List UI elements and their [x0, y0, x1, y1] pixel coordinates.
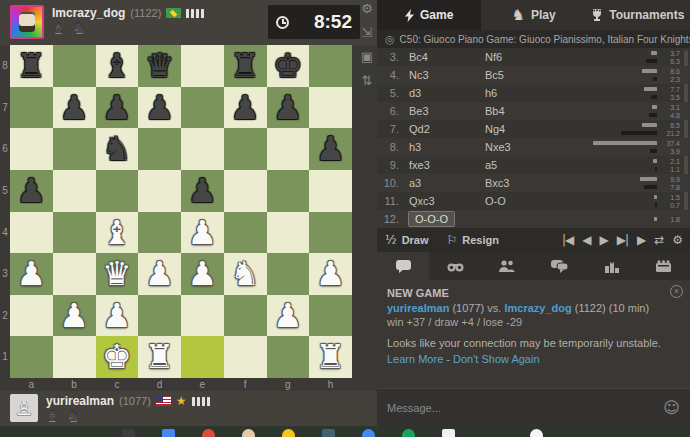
resign-button[interactable]: ⚐Resign: [447, 233, 499, 247]
square-a3[interactable]: ♟: [10, 253, 53, 295]
square-e3[interactable]: ♟: [181, 253, 224, 295]
square-c6[interactable]: ♞: [96, 128, 139, 170]
game-summary: yurirealman (1077) vs. lmcrazy_dog (1122…: [387, 302, 680, 314]
white-move[interactable]: Nc3: [403, 69, 479, 81]
square-d8[interactable]: ♛: [138, 45, 181, 87]
square-a7[interactable]: [10, 87, 53, 129]
square-c8[interactable]: ♝: [96, 45, 139, 87]
black-pawn-h6[interactable]: ♟: [309, 128, 352, 170]
learn-more-link[interactable]: Learn More: [387, 353, 443, 365]
next-move-icon[interactable]: ▶: [599, 233, 607, 247]
brazil-flag-icon: [166, 8, 181, 18]
square-h1[interactable]: ♜: [309, 336, 352, 378]
white-pawn-d3[interactable]: ♟: [138, 253, 181, 295]
file-label: f: [224, 378, 267, 391]
square-h6[interactable]: ♟: [309, 128, 352, 170]
square-f3[interactable]: ♞: [224, 253, 267, 295]
square-g2[interactable]: ♟: [267, 295, 310, 337]
white-move[interactable]: Qxc3: [403, 195, 479, 207]
time-bar: [646, 59, 657, 63]
lightning-icon: [405, 9, 414, 22]
black-rook-a8[interactable]: ♜: [10, 45, 53, 87]
move-number: 4.: [377, 69, 403, 81]
white-queen-c3[interactable]: ♛: [96, 253, 139, 295]
taskbar-app-icon[interactable]: [402, 429, 415, 437]
opening-book-icon: ◎: [385, 33, 395, 46]
connection-notice: Looks like your connection may be tempor…: [387, 336, 680, 368]
white-move[interactable]: Qd2: [403, 123, 479, 135]
move-number: 10.: [377, 177, 403, 189]
move-number: 7.: [377, 123, 403, 135]
chat-header: NEW GAME: [387, 287, 680, 299]
square-a1[interactable]: [10, 336, 53, 378]
flip-icon[interactable]: ⇄: [654, 233, 663, 247]
move-row: 6.Be3Bb43.14.8: [377, 102, 690, 120]
top-player-bar: lmcrazy_dog (1122) ♝ ♞ 8:52: [0, 0, 377, 45]
square-c1[interactable]: ♚: [96, 336, 139, 378]
move-times: 37.43.9: [570, 138, 680, 156]
square-c2[interactable]: ♟: [96, 295, 139, 337]
square-g4[interactable]: [267, 212, 310, 254]
black-move[interactable]: Bc5: [479, 69, 555, 81]
white-pawn-g2[interactable]: ♟: [267, 295, 310, 337]
time-bar: [655, 167, 657, 171]
square-f1[interactable]: [224, 336, 267, 378]
chat-tab[interactable]: [377, 252, 429, 280]
white-bishop-c4[interactable]: ♝: [96, 212, 139, 254]
white-move[interactable]: O-O-O: [403, 213, 479, 225]
square-h3[interactable]: ♟: [309, 253, 352, 295]
rank-label: 8: [0, 45, 10, 87]
friends-tab[interactable]: [481, 252, 533, 280]
tab-tournaments[interactable]: Tournaments: [586, 0, 690, 30]
white-move[interactable]: a3: [403, 177, 479, 189]
bottom-captured-pieces: ♝ ♞: [46, 409, 210, 423]
move-times: 8.521.2: [570, 120, 680, 138]
square-d2[interactable]: [138, 295, 181, 337]
signal-bars-icon: [186, 9, 204, 18]
square-g1[interactable]: [267, 336, 310, 378]
file-label: d: [138, 378, 181, 391]
taskbar-app-icon[interactable]: [242, 429, 255, 437]
square-b7[interactable]: ♟: [53, 87, 96, 129]
time-bar: [621, 131, 657, 135]
message-input[interactable]: Message...: [387, 402, 663, 414]
move-row: 9.fxe3a52.11.1: [377, 156, 690, 174]
tab-play[interactable]: ♞ Play: [481, 0, 585, 30]
white-pawn-c2[interactable]: ♟: [96, 295, 139, 337]
discussion-tab[interactable]: [534, 252, 586, 280]
usa-flag-icon: [156, 396, 171, 406]
white-move[interactable]: Bc4: [403, 51, 479, 63]
top-captured-pieces: ♝ ♞: [52, 21, 204, 35]
resize-icon[interactable]: ⇲: [362, 26, 373, 39]
rank-label: 7: [0, 87, 10, 129]
panel-tabs: Game ♞ Play Tournaments: [377, 0, 690, 30]
player1-link[interactable]: yurirealman: [387, 302, 449, 314]
chat-tab-strip: [377, 252, 690, 280]
move-row: 7.Qd2Ng48.521.2: [377, 120, 690, 138]
video-tab[interactable]: [638, 252, 690, 280]
time-bar: [644, 185, 657, 189]
square-b4[interactable]: [53, 212, 96, 254]
top-player-avatar[interactable]: [10, 5, 44, 39]
board-pane: lmcrazy_dog (1122) ♝ ♞ 8:52 87654321 ♜♝♛…: [0, 0, 377, 426]
move-number: 5.: [377, 87, 403, 99]
tab-game[interactable]: Game: [377, 0, 481, 30]
player2-link[interactable]: lmcrazy_dog: [504, 302, 571, 314]
rank-label: 4: [0, 212, 10, 254]
square-a6[interactable]: [10, 128, 53, 170]
black-rook-f8[interactable]: ♜: [224, 45, 267, 87]
square-h8[interactable]: [309, 45, 352, 87]
settings-gear-icon[interactable]: ⚙: [361, 2, 373, 15]
taskbar-app-icon[interactable]: [362, 429, 375, 437]
square-h7[interactable]: [309, 87, 352, 129]
black-pawn-f7[interactable]: ♟: [224, 87, 267, 129]
square-h2[interactable]: [309, 295, 352, 337]
square-f6[interactable]: [224, 128, 267, 170]
bottom-player-name[interactable]: yurirealman: [46, 394, 114, 408]
os-taskbar[interactable]: [0, 426, 690, 437]
black-knight-c6[interactable]: ♞: [96, 128, 139, 170]
square-e5[interactable]: ♟: [181, 170, 224, 212]
taskbar-app-icon[interactable]: [202, 429, 215, 437]
square-g5[interactable]: [267, 170, 310, 212]
time-bar: [654, 195, 657, 199]
black-move[interactable]: O-O: [479, 195, 555, 207]
fullscreen-icon[interactable]: ▣: [361, 50, 373, 63]
trophy-icon: [591, 9, 603, 22]
square-f7[interactable]: ♟: [224, 87, 267, 129]
top-player-name[interactable]: lmcrazy_dog: [52, 6, 125, 20]
square-g6[interactable]: [267, 128, 310, 170]
move-number: 8.: [377, 141, 403, 153]
top-player-clock: 8:52: [268, 5, 360, 39]
time-bar: [650, 149, 657, 153]
dont-show-again-link[interactable]: Don't Show Again: [453, 353, 540, 365]
square-b8[interactable]: [53, 45, 96, 87]
game-controls: ½Draw ⚐Resign |◀◀▶▶|▶⇄⚙: [377, 228, 690, 252]
square-g8[interactable]: ♚: [267, 45, 310, 87]
black-king-g8[interactable]: ♚: [267, 45, 310, 87]
black-move[interactable]: h6: [479, 87, 555, 99]
taskbar-app-icon[interactable]: [282, 429, 295, 437]
chat-bubble-icon: [396, 260, 411, 273]
move-row: 12.O-O-O1.8: [377, 210, 690, 228]
move-number: 9.: [377, 159, 403, 171]
black-pawn-a5[interactable]: ♟: [10, 170, 53, 212]
rank-label: 1: [0, 336, 10, 378]
draw-button[interactable]: ½Draw: [385, 233, 429, 247]
square-e7[interactable]: [181, 87, 224, 129]
rank-label: 5: [0, 170, 10, 212]
bottom-player-bar: ♙ yurirealman (1077) ★ ♝ ♞ 8:24: [0, 391, 377, 426]
double-bubble-icon: [551, 260, 568, 273]
time-bar: [642, 123, 657, 127]
black-pawn-b7[interactable]: ♟: [53, 87, 96, 129]
chess-board[interactable]: ♜♝♛♜♚♟♟♟♟♟♞♟♟♟♝♟♟♛♟♟♞♟♟♟♟♚♜♜: [10, 45, 352, 378]
rank-label: 3: [0, 253, 10, 295]
white-king-c1[interactable]: ♚: [96, 336, 139, 378]
emoji-icon[interactable]: ☺: [663, 398, 680, 417]
move-times: 8.62.3: [570, 66, 680, 84]
square-h4[interactable]: [309, 212, 352, 254]
white-rook-h1[interactable]: ♜: [309, 336, 352, 378]
square-c7[interactable]: ♟: [96, 87, 139, 129]
taskbar-app-icon[interactable]: [442, 429, 455, 437]
time-bar: [653, 77, 657, 81]
black-move[interactable]: Bb4: [479, 105, 555, 117]
file-labels: abcdefgh: [10, 378, 352, 391]
square-b3[interactable]: [53, 253, 96, 295]
move-number: 11.: [377, 195, 403, 207]
square-a2[interactable]: [10, 295, 53, 337]
square-e8[interactable]: [181, 45, 224, 87]
square-c5[interactable]: [96, 170, 139, 212]
square-f8[interactable]: ♜: [224, 45, 267, 87]
message-bar: Message... ☺: [377, 388, 690, 426]
clapperboard-icon: [656, 260, 671, 272]
white-pawn-e4[interactable]: ♟: [181, 212, 224, 254]
move-times: 3.76.3: [570, 48, 680, 66]
square-c3[interactable]: ♛: [96, 253, 139, 295]
move-row: 5.d3h67.73.5: [377, 84, 690, 102]
move-row: 10.a3Bxc39.97.8: [377, 174, 690, 192]
rank-label: 2: [0, 295, 10, 337]
square-e4[interactable]: ♟: [181, 212, 224, 254]
square-e1[interactable]: [181, 336, 224, 378]
black-pawn-d7[interactable]: ♟: [138, 87, 181, 129]
file-label: e: [181, 378, 224, 391]
knight-icon: ♞: [511, 6, 524, 24]
time-bar: [642, 69, 657, 73]
close-icon[interactable]: ×: [670, 285, 683, 298]
square-a4[interactable]: [10, 212, 53, 254]
opening-name-bar: ◎ C50: Giuoco Piano Game: Giuoco Pianiss…: [377, 30, 690, 48]
square-d3[interactable]: ♟: [138, 253, 181, 295]
podium-icon: [605, 260, 619, 273]
signal-bars-icon: [192, 397, 210, 406]
black-move[interactable]: Nf6: [479, 51, 555, 63]
white-pawn-h3[interactable]: ♟: [309, 253, 352, 295]
square-e2[interactable]: [181, 295, 224, 337]
flip-board-icon[interactable]: ⇅: [362, 74, 373, 87]
white-move[interactable]: Be3: [403, 105, 479, 117]
bottom-player-rating: (1077): [119, 395, 151, 407]
square-d7[interactable]: ♟: [138, 87, 181, 129]
black-bishop-c8[interactable]: ♝: [96, 45, 139, 87]
rank-labels: 87654321: [0, 45, 10, 378]
move-number: 12.: [377, 213, 403, 225]
time-bar: [651, 95, 657, 99]
move-number: 6.: [377, 105, 403, 117]
move-row: 3.Bc4Nf63.76.3: [377, 48, 690, 66]
square-e6[interactable]: [181, 128, 224, 170]
resign-flag-icon: ⚐: [447, 233, 458, 247]
black-move[interactable]: Bxc3: [479, 177, 555, 189]
white-pawn-a3[interactable]: ♟: [10, 253, 53, 295]
taskbar-app-icon[interactable]: [122, 429, 135, 437]
time-bar: [654, 217, 657, 221]
white-move[interactable]: fxe3: [403, 159, 479, 171]
chat-panel: × NEW GAME yurirealman (1077) vs. lmcraz…: [377, 280, 690, 388]
move-times: 2.11.1: [570, 156, 680, 174]
square-a5[interactable]: ♟: [10, 170, 53, 212]
square-f5[interactable]: [224, 170, 267, 212]
bottom-player-avatar[interactable]: ♙: [10, 394, 38, 422]
time-bar: [640, 177, 657, 181]
rating-odds: win +37 / draw +4 / lose -29: [387, 316, 680, 328]
square-c4[interactable]: ♝: [96, 212, 139, 254]
file-label: c: [96, 378, 139, 391]
square-d1[interactable]: ♜: [138, 336, 181, 378]
black-pawn-g7[interactable]: ♟: [267, 87, 310, 129]
rank-label: 6: [0, 128, 10, 170]
move-times: 1.50.7: [570, 192, 680, 210]
time-bar: [651, 51, 657, 55]
square-f2[interactable]: [224, 295, 267, 337]
taskbar-app-icon[interactable]: [322, 429, 335, 437]
binoculars-icon: [447, 261, 464, 272]
taskbar-app-icon[interactable]: [162, 429, 175, 437]
square-g7[interactable]: ♟: [267, 87, 310, 129]
time-bar: [655, 203, 657, 207]
square-d4[interactable]: [138, 212, 181, 254]
move-times: 7.73.5: [570, 84, 680, 102]
play-icon[interactable]: ▶: [637, 233, 645, 247]
settings-icon[interactable]: ⚙: [672, 233, 682, 247]
black-move[interactable]: Nxe3: [479, 141, 555, 153]
square-g3[interactable]: [267, 253, 310, 295]
move-row: 4.Nc3Bc58.62.3: [377, 66, 690, 84]
move-list[interactable]: 3.Bc4Nf63.76.34.Nc3Bc58.62.35.d3h67.73.5…: [377, 48, 690, 228]
first-move-icon[interactable]: |◀: [562, 233, 573, 247]
spectators-tab[interactable]: [429, 252, 481, 280]
square-b2[interactable]: ♟: [53, 295, 96, 337]
file-label: a: [10, 378, 53, 391]
black-move[interactable]: a5: [479, 159, 555, 171]
chess-app: lmcrazy_dog (1122) ♝ ♞ 8:52 87654321 ♜♝♛…: [0, 0, 690, 437]
side-panel: Game ♞ Play Tournaments ◎ C50: Giuoco Pi…: [377, 0, 690, 426]
move-number: 3.: [377, 51, 403, 63]
move-row: 8.h3Nxe337.43.9: [377, 138, 690, 156]
time-bar: [653, 159, 657, 163]
people-icon: [499, 260, 515, 272]
white-move[interactable]: d3: [403, 87, 479, 99]
last-move-icon[interactable]: ▶|: [617, 233, 628, 247]
square-b5[interactable]: [53, 170, 96, 212]
square-f4[interactable]: [224, 212, 267, 254]
move-times: 3.14.8: [570, 102, 680, 120]
white-rook-d1[interactable]: ♜: [138, 336, 181, 378]
move-times: 9.97.8: [570, 174, 680, 192]
move-navigation: |◀◀▶▶|▶⇄⚙: [562, 233, 682, 247]
square-a8[interactable]: ♜: [10, 45, 53, 87]
taskbar-app-icon[interactable]: [530, 429, 543, 437]
stats-tab[interactable]: [586, 252, 638, 280]
black-pawn-c7[interactable]: ♟: [96, 87, 139, 129]
white-pawn-b2[interactable]: ♟: [53, 295, 96, 337]
prev-move-icon[interactable]: ◀: [582, 233, 590, 247]
file-label: b: [53, 378, 96, 391]
black-pawn-e5[interactable]: ♟: [181, 170, 224, 212]
top-player-rating: (1122): [130, 7, 161, 19]
move-times: 1.8: [570, 210, 680, 228]
move-row: 11.Qxc3O-O1.50.7: [377, 192, 690, 210]
square-d5[interactable]: [138, 170, 181, 212]
file-label: g: [267, 378, 310, 391]
square-b1[interactable]: [53, 336, 96, 378]
white-knight-f3[interactable]: ♞: [224, 253, 267, 295]
star-icon: ★: [176, 394, 187, 408]
white-pawn-e3[interactable]: ♟: [181, 253, 224, 295]
time-bar: [644, 87, 657, 91]
black-queen-d8[interactable]: ♛: [138, 45, 181, 87]
square-h5[interactable]: [309, 170, 352, 212]
black-move[interactable]: Ng4: [479, 123, 555, 135]
file-label: h: [309, 378, 352, 391]
clock-icon: [276, 16, 289, 29]
square-b6[interactable]: [53, 128, 96, 170]
white-move[interactable]: h3: [403, 141, 479, 153]
time-bar: [593, 141, 657, 145]
square-d6[interactable]: [138, 128, 181, 170]
time-bar: [652, 105, 657, 109]
time-bar: [649, 113, 657, 117]
